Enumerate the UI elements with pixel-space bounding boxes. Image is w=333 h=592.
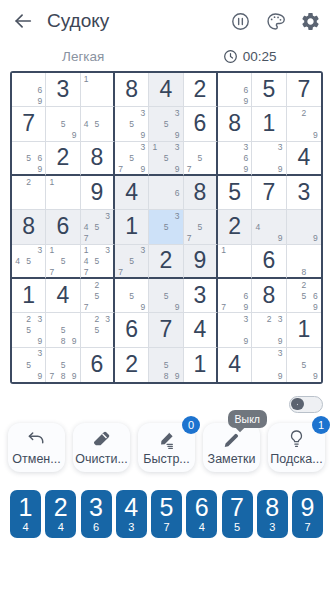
cell-r1c4[interactable]: 8 (115, 73, 149, 107)
hint-button[interactable]: 1 Подска... (268, 423, 325, 472)
cell-value: 8 (125, 76, 138, 103)
cell-r2c2[interactable]: 59 (46, 107, 80, 141)
settings-button[interactable] (300, 11, 321, 32)
cell-value: 6 (57, 213, 70, 240)
cell-notes: 69 (12, 73, 45, 106)
back-button[interactable] (12, 10, 34, 32)
cell-notes: 29 (287, 107, 321, 140)
cell-notes: 1 (46, 176, 79, 209)
numpad-digit: 2 (54, 494, 68, 521)
numpad-digit: 7 (230, 494, 244, 521)
numpad-count: 3 (128, 521, 134, 533)
cell-r3c2[interactable]: 2 (46, 142, 80, 176)
toggle-row (0, 384, 333, 413)
cell-notes: 39 (252, 348, 285, 382)
cell-r9c4[interactable]: 2 (115, 348, 149, 382)
gear-icon (300, 11, 321, 32)
cell-r2c8[interactable]: 1 (252, 107, 286, 141)
numpad-count: 3 (269, 521, 275, 533)
cell-r3c9[interactable]: 4 (287, 142, 321, 176)
cell-r5c2[interactable]: 6 (46, 210, 80, 244)
cell-notes: 345 (12, 245, 45, 277)
cell-notes: 57 (184, 210, 216, 243)
cell-r3c1[interactable]: 569 (12, 142, 46, 176)
cell-value: 2 (125, 351, 138, 378)
cell-notes: 39 (252, 142, 285, 174)
cell-r9c1[interactable]: 359 (12, 348, 46, 382)
cell-r4c2[interactable]: 1 (46, 176, 80, 210)
cell-value: 5 (263, 76, 276, 103)
cell-r4c9[interactable]: 3 (287, 176, 321, 210)
cell-r6c1[interactable]: 345 (12, 245, 46, 279)
cell-value: 6 (193, 110, 206, 137)
numpad-count: 6 (93, 521, 99, 533)
cell-r3c4[interactable]: 3579 (115, 142, 149, 176)
fast-notes-button[interactable]: 0 Быстр... (138, 423, 195, 472)
app-header: Судоку (0, 3, 333, 39)
cell-notes: 59 (287, 348, 321, 382)
cell-notes: 2359 (12, 313, 45, 346)
cell-r4c3[interactable]: 9 (81, 176, 115, 210)
pause-icon (230, 11, 251, 32)
cell-notes: 59 (149, 279, 182, 312)
cell-r2c6[interactable]: 6 (184, 107, 218, 141)
cell-value: 1 (22, 282, 35, 309)
cell-r3c7[interactable]: 369 (218, 142, 252, 176)
numpad-2[interactable]: 24 (45, 490, 76, 538)
clock-icon (223, 49, 238, 64)
cell-r5c9[interactable]: 9 (287, 210, 321, 244)
numpad-digit: 3 (89, 494, 103, 521)
numpad-count: 5 (234, 521, 240, 533)
numpad-digit: 1 (19, 494, 33, 521)
toggle-knob-icon (291, 398, 304, 411)
numpad-digit: 4 (124, 494, 138, 521)
cell-value: 3 (57, 76, 70, 103)
cell-notes: 57 (184, 142, 216, 174)
numpad-8[interactable]: 83 (257, 490, 288, 538)
cell-notes: 357 (115, 245, 148, 277)
cell-notes: 1359 (149, 142, 182, 174)
cell-r9c8[interactable]: 39 (252, 348, 286, 382)
numpad-9[interactable]: 97 (292, 490, 323, 538)
cell-notes: 39 (218, 313, 251, 346)
cell-r8c9[interactable]: 1 (287, 313, 321, 347)
cell-r1c9[interactable]: 7 (287, 73, 321, 107)
cell-r5c5[interactable]: 35 (149, 210, 183, 244)
cell-r6c3[interactable]: 13457 (81, 245, 115, 279)
cell-r6c8[interactable]: 6 (252, 245, 286, 279)
back-arrow-icon (12, 10, 34, 32)
cell-value: 1 (297, 316, 310, 343)
cell-notes: 257 (81, 279, 113, 312)
cell-value: 5 (228, 179, 241, 206)
cell-r9c9[interactable]: 59 (287, 348, 321, 382)
toolbar: Отмен... Очисти... 0 Быстр... Выкл Замет… (0, 413, 333, 472)
cell-notes: 157 (46, 245, 79, 277)
cell-r8c4[interactable]: 6 (115, 313, 149, 347)
cell-value: 8 (228, 110, 241, 137)
cell-value: 4 (160, 76, 173, 103)
cell-value: 2 (160, 247, 173, 274)
cell-r7c8[interactable]: 8 (252, 279, 286, 313)
numpad-count: 4 (22, 521, 28, 533)
cell-notes: 59 (115, 279, 148, 312)
cell-value: 4 (193, 316, 206, 343)
cell-value: 2 (57, 144, 70, 171)
cell-notes: 45 (81, 107, 113, 140)
cell-notes: 589 (149, 348, 182, 382)
numpad-digit: 5 (160, 494, 174, 521)
cell-r6c9[interactable]: 8 (287, 245, 321, 279)
cell-value: 9 (193, 247, 206, 274)
cell-r3c5[interactable]: 1359 (149, 142, 183, 176)
cell-r7c1[interactable]: 1 (12, 279, 46, 313)
difficulty-label: Легкая (0, 49, 167, 64)
cell-r1c6[interactable]: 2 (184, 73, 218, 107)
cell-r7c7[interactable]: 679 (218, 279, 252, 313)
numpad-4[interactable]: 43 (116, 490, 147, 538)
cell-value: 4 (57, 282, 70, 309)
cell-notes: 679 (218, 279, 251, 312)
numpad-count: 4 (199, 521, 205, 533)
cell-value: 7 (263, 179, 276, 206)
cell-value: 8 (22, 213, 35, 240)
cell-r2c9[interactable]: 29 (287, 107, 321, 141)
cell-r4c7[interactable]: 5 (218, 176, 252, 210)
numpad: 142436435764758397 (0, 472, 333, 538)
palette-icon (265, 11, 286, 32)
cell-notes: 49 (252, 210, 285, 243)
cell-r1c5[interactable]: 4 (149, 73, 183, 107)
cell-r3c6[interactable]: 57 (184, 142, 218, 176)
cell-notes: 359 (12, 348, 45, 382)
notes-button[interactable]: Выкл Заметки (203, 423, 260, 472)
numpad-5[interactable]: 57 (151, 490, 182, 538)
cell-value: 1 (263, 110, 276, 137)
cell-r2c5[interactable]: 359 (149, 107, 183, 141)
undo-button[interactable]: Отмен... (8, 423, 65, 472)
numpad-digit: 8 (265, 494, 279, 521)
cell-notes: 235 (81, 313, 113, 346)
cell-r7c4[interactable]: 59 (115, 279, 149, 313)
cell-r6c5[interactable]: 2 (149, 245, 183, 279)
cell-notes: 1 (218, 245, 251, 277)
numpad-6[interactable]: 64 (186, 490, 217, 538)
cell-notes: 1 (81, 73, 113, 106)
cell-r2c1[interactable]: 7 (12, 107, 46, 141)
cell-value: 7 (297, 76, 310, 103)
cell-notes: 239 (252, 313, 285, 346)
cell-r7c6[interactable]: 3 (184, 279, 218, 313)
cell-value: 3 (297, 179, 310, 206)
cell-r6c7[interactable]: 1 (218, 245, 252, 279)
cell-notes: 3457 (81, 210, 113, 243)
status-bar: Легкая 00:25 (0, 46, 333, 66)
cell-r4c6[interactable]: 8 (184, 176, 218, 210)
cell-notes: 6 (149, 176, 182, 209)
cell-r3c8[interactable]: 39 (252, 142, 286, 176)
cell-r8c3[interactable]: 235 (81, 313, 115, 347)
cell-r9c6[interactable]: 1 (184, 348, 218, 382)
cell-r5c3[interactable]: 3457 (81, 210, 115, 244)
cell-r5c4[interactable]: 1 (115, 210, 149, 244)
cell-r6c2[interactable]: 157 (46, 245, 80, 279)
cell-r5c7[interactable]: 2 (218, 210, 252, 244)
cell-r2c4[interactable]: 359 (115, 107, 149, 141)
cell-value: 6 (125, 316, 138, 343)
cell-r4c5[interactable]: 6 (149, 176, 183, 210)
cell-r8c6[interactable]: 4 (184, 313, 218, 347)
cell-r7c3[interactable]: 257 (81, 279, 115, 313)
numpad-digit: 6 (195, 494, 209, 521)
cell-value: 4 (125, 179, 138, 206)
timer-value: 00:25 (243, 49, 277, 64)
cell-r8c5[interactable]: 7 (149, 313, 183, 347)
cell-r1c1[interactable]: 69 (12, 73, 46, 107)
pencil-icon (221, 430, 242, 449)
hint-badge: 1 (312, 416, 330, 434)
quick-toggle[interactable] (289, 396, 323, 413)
cell-value: 1 (125, 213, 138, 240)
cell-value: 7 (160, 316, 173, 343)
cell-r7c5[interactable]: 59 (149, 279, 183, 313)
cell-value: 9 (90, 179, 103, 206)
page-title: Судоку (47, 10, 109, 32)
numpad-1[interactable]: 14 (10, 490, 41, 538)
cell-notes: 2569 (287, 279, 321, 312)
fast-notes-label: Быстр... (143, 452, 190, 466)
cell-r9c2[interactable]: 5789 (46, 348, 80, 382)
cell-r1c7[interactable]: 69 (218, 73, 252, 107)
cell-notes: 59 (46, 107, 79, 140)
erase-label: Очисти... (75, 452, 128, 466)
undo-icon (26, 430, 47, 449)
cell-r4c4[interactable]: 4 (115, 176, 149, 210)
cell-notes: 13457 (81, 245, 113, 277)
notes-state-badge: Выкл (228, 410, 267, 428)
fast-pencil-icon (156, 430, 177, 449)
cell-value: 3 (193, 282, 206, 309)
cell-value: 8 (193, 179, 206, 206)
fast-notes-badge: 0 (182, 416, 200, 434)
cell-value: 4 (297, 144, 310, 171)
numpad-7[interactable]: 75 (222, 490, 253, 538)
cell-value: 8 (90, 144, 103, 171)
eraser-icon (91, 430, 112, 449)
cell-notes: 5789 (46, 348, 79, 382)
cell-value: 4 (228, 351, 241, 378)
cell-r8c7[interactable]: 39 (218, 313, 252, 347)
cell-r1c2[interactable]: 3 (46, 73, 80, 107)
cell-r1c8[interactable]: 5 (252, 73, 286, 107)
cell-r8c1[interactable]: 2359 (12, 313, 46, 347)
theme-button[interactable] (265, 11, 286, 32)
cell-notes: 8 (287, 245, 321, 277)
cell-r2c7[interactable]: 8 (218, 107, 252, 141)
cell-r1c3[interactable]: 1 (81, 73, 115, 107)
cell-value: 1 (193, 351, 206, 378)
cell-notes: 569 (12, 142, 45, 174)
numpad-count: 4 (58, 521, 64, 533)
cell-r3c3[interactable]: 8 (81, 142, 115, 176)
notes-label: Заметки (208, 452, 256, 466)
bulb-icon (286, 429, 307, 449)
cell-r4c8[interactable]: 7 (252, 176, 286, 210)
cell-r8c8[interactable]: 239 (252, 313, 286, 347)
erase-button[interactable]: Очисти... (73, 423, 130, 472)
cell-notes: 589 (46, 313, 79, 346)
cell-r6c6[interactable]: 9 (184, 245, 218, 279)
cell-notes: 369 (218, 142, 251, 174)
cell-notes: 9 (287, 210, 321, 243)
cell-r7c9[interactable]: 2569 (287, 279, 321, 313)
cell-value: 6 (263, 247, 276, 274)
cell-value: 8 (263, 282, 276, 309)
cell-notes: 35 (149, 210, 182, 243)
numpad-digit: 9 (301, 494, 315, 521)
numpad-count: 7 (304, 521, 310, 533)
sudoku-board: 6931842695775945359359681295692835791359… (10, 71, 323, 384)
cell-notes: 2 (12, 176, 45, 209)
cell-value: 7 (22, 110, 35, 137)
undo-label: Отмен... (12, 452, 60, 466)
cell-r9c5[interactable]: 589 (149, 348, 183, 382)
pause-button[interactable] (230, 11, 251, 32)
cell-r2c3[interactable]: 45 (81, 107, 115, 141)
header-actions (230, 11, 321, 32)
cell-value: 2 (228, 213, 241, 240)
cell-r4c1[interactable]: 2 (12, 176, 46, 210)
cell-value: 2 (193, 76, 206, 103)
cell-r8c2[interactable]: 589 (46, 313, 80, 347)
cell-notes: 359 (149, 107, 182, 140)
cell-r5c1[interactable]: 8 (12, 210, 46, 244)
cell-notes: 359 (115, 107, 148, 140)
cell-r6c4[interactable]: 357 (115, 245, 149, 279)
cell-r5c8[interactable]: 49 (252, 210, 286, 244)
numpad-count: 7 (163, 521, 169, 533)
timer: 00:25 (167, 49, 333, 64)
numpad-3[interactable]: 36 (81, 490, 112, 538)
cell-r9c7[interactable]: 4 (218, 348, 252, 382)
hint-label: Подска... (270, 452, 322, 466)
cell-r9c3[interactable]: 6 (81, 348, 115, 382)
cell-r5c6[interactable]: 57 (184, 210, 218, 244)
cell-value: 6 (90, 351, 103, 378)
cell-r7c2[interactable]: 4 (46, 279, 80, 313)
cell-notes: 3579 (115, 142, 148, 174)
cell-notes: 69 (218, 73, 251, 106)
